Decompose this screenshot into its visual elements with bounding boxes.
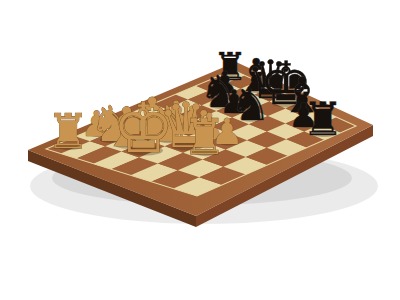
page: { "game": "chess", "scene": { "type": "o… — [0, 0, 400, 300]
white-king: ♚ — [112, 88, 174, 168]
black-rook: ♜ — [302, 92, 344, 146]
chess-product-photo: ♜♝♟♛♚♞♝♟♞♟♟♟♜♝♟♟♞♞♟♝♛♜♚♜ — [0, 0, 400, 300]
board-scene: ♜♝♟♛♚♞♝♟♞♟♟♟♜♝♟♟♞♞♟♝♛♜♚♜ — [0, 0, 400, 300]
white-rook: ♜ — [183, 108, 227, 166]
white-rook: ♜ — [46, 103, 89, 159]
